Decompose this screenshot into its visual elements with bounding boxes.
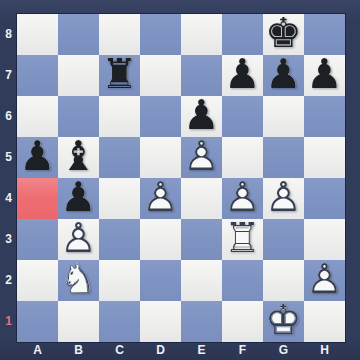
square-g6[interactable]: [263, 96, 304, 137]
square-h6[interactable]: [304, 96, 345, 137]
piece-white-pawn[interactable]: ♟♙: [181, 137, 222, 178]
square-a4[interactable]: [17, 178, 58, 219]
square-a7[interactable]: [17, 55, 58, 96]
white-pawn-fill-icon: ♟: [222, 178, 263, 219]
square-c5[interactable]: [99, 137, 140, 178]
piece-white-pawn[interactable]: ♟♙: [58, 219, 99, 260]
square-e3[interactable]: [181, 219, 222, 260]
square-g3[interactable]: [263, 219, 304, 260]
white-pawn-fill-icon: ♟: [181, 137, 222, 178]
square-g2[interactable]: [263, 260, 304, 301]
piece-white-knight[interactable]: ♞♘: [58, 260, 99, 301]
square-a3[interactable]: [17, 219, 58, 260]
square-f5[interactable]: [222, 137, 263, 178]
square-h1[interactable]: [304, 301, 345, 342]
square-e4[interactable]: [181, 178, 222, 219]
black-king-fill-icon: ♚: [263, 14, 304, 55]
square-e7[interactable]: [181, 55, 222, 96]
white-pawn-fill-icon: ♟: [140, 178, 181, 219]
square-f4[interactable]: ♟♙: [222, 178, 263, 219]
square-b2[interactable]: ♞♘: [58, 260, 99, 301]
square-b6[interactable]: [58, 96, 99, 137]
black-pawn-detail-icon: ♙: [263, 55, 304, 96]
piece-white-king[interactable]: ♚♔: [263, 301, 304, 342]
rank-label-6: 6: [0, 96, 17, 137]
square-c8[interactable]: [99, 14, 140, 55]
white-pawn-fill-icon: ♟: [263, 178, 304, 219]
black-bishop-detail-icon: ♗: [58, 137, 99, 178]
square-f3[interactable]: ♜♖: [222, 219, 263, 260]
square-h7[interactable]: ♙♟: [304, 55, 345, 96]
white-pawn-fill-icon: ♟: [58, 219, 99, 260]
white-knight-outline-icon: ♘: [58, 260, 99, 301]
black-pawn-detail-icon: ♙: [304, 55, 345, 96]
square-b5[interactable]: ♗♝: [58, 137, 99, 178]
square-d4[interactable]: ♟♙: [140, 178, 181, 219]
square-a6[interactable]: [17, 96, 58, 137]
file-label-g: G: [263, 342, 304, 360]
rank-label-3: 3: [0, 219, 17, 260]
square-d8[interactable]: [140, 14, 181, 55]
black-pawn-detail-icon: ♙: [222, 55, 263, 96]
piece-white-pawn[interactable]: ♟♙: [140, 178, 181, 219]
square-g7[interactable]: ♙♟: [263, 55, 304, 96]
square-b4[interactable]: ♙♟: [58, 178, 99, 219]
black-rook-fill-icon: ♜: [99, 55, 140, 96]
square-f2[interactable]: [222, 260, 263, 301]
piece-white-pawn[interactable]: ♟♙: [304, 260, 345, 301]
white-king-outline-icon: ♔: [263, 301, 304, 342]
square-f8[interactable]: [222, 14, 263, 55]
square-g1[interactable]: ♚♔: [263, 301, 304, 342]
square-g5[interactable]: [263, 137, 304, 178]
square-b3[interactable]: ♟♙: [58, 219, 99, 260]
white-pawn-outline-icon: ♙: [58, 219, 99, 260]
square-a5[interactable]: ♙♟: [17, 137, 58, 178]
square-g4[interactable]: ♟♙: [263, 178, 304, 219]
file-label-h: H: [304, 342, 345, 360]
file-label-d: D: [140, 342, 181, 360]
file-label-f: F: [222, 342, 263, 360]
square-h8[interactable]: [304, 14, 345, 55]
square-c6[interactable]: [99, 96, 140, 137]
file-label-a: A: [17, 342, 58, 360]
piece-black-pawn[interactable]: ♙♟: [304, 55, 345, 96]
board: ♔♚♖♜♙♟♙♟♙♟♙♟♙♟♗♝♟♙♙♟♟♙♟♙♟♙♟♙♜♖♞♘♟♙♚♔: [17, 14, 345, 342]
black-pawn-fill-icon: ♟: [304, 55, 345, 96]
white-pawn-outline-icon: ♙: [263, 178, 304, 219]
white-pawn-fill-icon: ♟: [304, 260, 345, 301]
white-pawn-outline-icon: ♙: [140, 178, 181, 219]
square-c2[interactable]: [99, 260, 140, 301]
black-pawn-fill-icon: ♟: [58, 178, 99, 219]
square-h3[interactable]: [304, 219, 345, 260]
square-e5[interactable]: ♟♙: [181, 137, 222, 178]
square-b8[interactable]: [58, 14, 99, 55]
square-d6[interactable]: [140, 96, 181, 137]
square-a1[interactable]: [17, 301, 58, 342]
square-d7[interactable]: [140, 55, 181, 96]
square-e1[interactable]: [181, 301, 222, 342]
black-pawn-detail-icon: ♙: [17, 137, 58, 178]
square-e6[interactable]: ♙♟: [181, 96, 222, 137]
rank-label-2: 2: [0, 260, 17, 301]
rank-labels: 87654321: [0, 14, 17, 342]
piece-black-pawn[interactable]: ♙♟: [222, 55, 263, 96]
square-e2[interactable]: [181, 260, 222, 301]
piece-black-king[interactable]: ♔♚: [263, 14, 304, 55]
black-king-detail-icon: ♔: [263, 14, 304, 55]
square-f1[interactable]: [222, 301, 263, 342]
square-c1[interactable]: [99, 301, 140, 342]
white-rook-outline-icon: ♖: [222, 219, 263, 260]
piece-black-bishop[interactable]: ♗♝: [58, 137, 99, 178]
rank-label-4: 4: [0, 178, 17, 219]
piece-black-pawn[interactable]: ♙♟: [58, 178, 99, 219]
white-king-fill-icon: ♚: [263, 301, 304, 342]
black-pawn-fill-icon: ♟: [263, 55, 304, 96]
square-f7[interactable]: ♙♟: [222, 55, 263, 96]
black-rook-detail-icon: ♖: [99, 55, 140, 96]
square-d1[interactable]: [140, 301, 181, 342]
file-label-e: E: [181, 342, 222, 360]
black-pawn-fill-icon: ♟: [181, 96, 222, 137]
rank-label-1: 1: [0, 301, 17, 342]
square-h5[interactable]: [304, 137, 345, 178]
square-c7[interactable]: ♖♜: [99, 55, 140, 96]
square-c4[interactable]: [99, 178, 140, 219]
white-pawn-outline-icon: ♙: [181, 137, 222, 178]
square-c3[interactable]: [99, 219, 140, 260]
chess-board-app: ♔♚♖♜♙♟♙♟♙♟♙♟♙♟♗♝♟♙♙♟♟♙♟♙♟♙♟♙♜♖♞♘♟♙♚♔ 876…: [0, 0, 360, 360]
piece-black-pawn[interactable]: ♙♟: [181, 96, 222, 137]
piece-white-pawn[interactable]: ♟♙: [263, 178, 304, 219]
file-labels: ABCDEFGH: [17, 342, 345, 360]
square-d5[interactable]: [140, 137, 181, 178]
black-pawn-fill-icon: ♟: [17, 137, 58, 178]
square-b7[interactable]: [58, 55, 99, 96]
square-d3[interactable]: [140, 219, 181, 260]
white-pawn-outline-icon: ♙: [304, 260, 345, 301]
square-a8[interactable]: [17, 14, 58, 55]
black-bishop-fill-icon: ♝: [58, 137, 99, 178]
black-pawn-detail-icon: ♙: [181, 96, 222, 137]
piece-black-pawn[interactable]: ♙♟: [17, 137, 58, 178]
white-pawn-outline-icon: ♙: [222, 178, 263, 219]
white-knight-fill-icon: ♞: [58, 260, 99, 301]
square-h2[interactable]: ♟♙: [304, 260, 345, 301]
rank-label-7: 7: [0, 55, 17, 96]
square-d2[interactable]: [140, 260, 181, 301]
rank-label-8: 8: [0, 14, 17, 55]
square-a2[interactable]: [17, 260, 58, 301]
black-pawn-fill-icon: ♟: [222, 55, 263, 96]
white-rook-fill-icon: ♜: [222, 219, 263, 260]
rank-label-5: 5: [0, 137, 17, 178]
file-label-b: B: [58, 342, 99, 360]
piece-black-pawn[interactable]: ♙♟: [263, 55, 304, 96]
piece-white-pawn[interactable]: ♟♙: [222, 178, 263, 219]
file-label-c: C: [99, 342, 140, 360]
square-h4[interactable]: [304, 178, 345, 219]
square-g8[interactable]: ♔♚: [263, 14, 304, 55]
square-e8[interactable]: [181, 14, 222, 55]
black-pawn-detail-icon: ♙: [58, 178, 99, 219]
piece-white-rook[interactable]: ♜♖: [222, 219, 263, 260]
square-b1[interactable]: [58, 301, 99, 342]
square-f6[interactable]: [222, 96, 263, 137]
piece-black-rook[interactable]: ♖♜: [99, 55, 140, 96]
